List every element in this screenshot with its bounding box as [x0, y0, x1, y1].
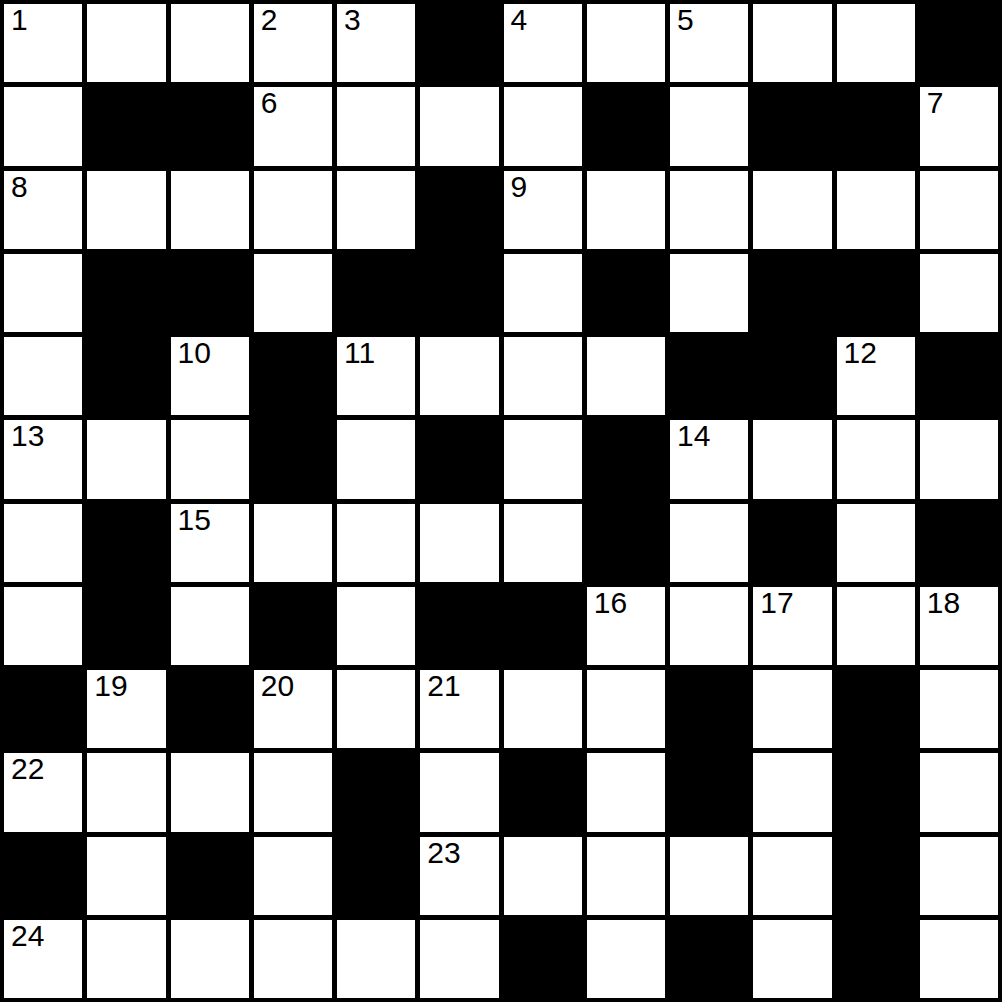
cell-r2c8[interactable]: [670, 171, 748, 249]
cell-r9c3[interactable]: [254, 753, 332, 831]
cell-r7c11[interactable]: 18: [920, 587, 998, 665]
cell-r11c4[interactable]: [337, 920, 415, 998]
cell-r9c0[interactable]: 22: [4, 753, 82, 831]
cell-r9c1[interactable]: [87, 753, 165, 831]
clue-number: 2: [261, 5, 278, 35]
black-cell-r9c6: [504, 753, 582, 831]
black-cell-r10c2: [171, 837, 249, 915]
cell-r11c1[interactable]: [87, 920, 165, 998]
black-cell-r7c3: [254, 587, 332, 665]
black-cell-r1c1: [87, 87, 165, 165]
black-cell-r4c9: [753, 337, 831, 415]
cell-r2c7[interactable]: [587, 171, 665, 249]
cell-r7c2[interactable]: [171, 587, 249, 665]
black-cell-r0c5: [420, 4, 498, 82]
cell-r6c8[interactable]: [670, 504, 748, 582]
cell-r0c1[interactable]: [87, 4, 165, 82]
black-cell-r6c9: [753, 504, 831, 582]
cell-r1c3[interactable]: 6: [254, 87, 332, 165]
cell-r10c8[interactable]: [670, 837, 748, 915]
cell-r6c6[interactable]: [504, 504, 582, 582]
black-cell-r7c5: [420, 587, 498, 665]
cell-r0c8[interactable]: 5: [670, 4, 748, 82]
cell-r10c3[interactable]: [254, 837, 332, 915]
cell-r7c0[interactable]: [4, 587, 82, 665]
cell-r5c9[interactable]: [753, 420, 831, 498]
cell-r6c2[interactable]: 15: [171, 504, 249, 582]
cell-r4c10[interactable]: 12: [837, 337, 915, 415]
cell-r7c8[interactable]: [670, 587, 748, 665]
clue-number: 9: [511, 172, 528, 202]
clue-number: 4: [511, 5, 528, 35]
clue-number: 7: [927, 88, 944, 118]
cell-r4c2[interactable]: 10: [171, 337, 249, 415]
cell-r8c7[interactable]: [587, 670, 665, 748]
cell-r5c2[interactable]: [171, 420, 249, 498]
clue-number: 16: [594, 588, 627, 618]
black-cell-r1c7: [587, 87, 665, 165]
clue-number: 22: [11, 754, 44, 784]
cell-r8c1[interactable]: 19: [87, 670, 165, 748]
cell-r11c9[interactable]: [753, 920, 831, 998]
crossword-grid: 123456789101112131415161718192021222324: [0, 0, 1002, 1002]
cell-r10c11[interactable]: [920, 837, 998, 915]
black-cell-r9c8: [670, 753, 748, 831]
cell-r10c9[interactable]: [753, 837, 831, 915]
black-cell-r8c8: [670, 670, 748, 748]
black-cell-r9c10: [837, 753, 915, 831]
black-cell-r10c10: [837, 837, 915, 915]
clue-number: 3: [344, 5, 361, 35]
cell-r11c5[interactable]: [420, 920, 498, 998]
cell-r11c7[interactable]: [587, 920, 665, 998]
cell-r8c5[interactable]: 21: [420, 670, 498, 748]
cell-r10c6[interactable]: [504, 837, 582, 915]
cell-r7c9[interactable]: 17: [753, 587, 831, 665]
cell-r6c5[interactable]: [420, 504, 498, 582]
cell-r0c10[interactable]: [837, 4, 915, 82]
cell-r6c0[interactable]: [4, 504, 82, 582]
cell-r2c4[interactable]: [337, 171, 415, 249]
cell-r2c0[interactable]: 8: [4, 171, 82, 249]
clue-number: 23: [427, 838, 460, 868]
cell-r2c11[interactable]: [920, 171, 998, 249]
cell-r7c7[interactable]: 16: [587, 587, 665, 665]
cell-r9c5[interactable]: [420, 753, 498, 831]
black-cell-r3c2: [171, 254, 249, 332]
black-cell-r6c1: [87, 504, 165, 582]
black-cell-r1c2: [171, 87, 249, 165]
cell-r7c4[interactable]: [337, 587, 415, 665]
black-cell-r3c10: [837, 254, 915, 332]
cell-r1c5[interactable]: [420, 87, 498, 165]
cell-r0c0[interactable]: 1: [4, 4, 82, 82]
cell-r11c3[interactable]: [254, 920, 332, 998]
black-cell-r11c8: [670, 920, 748, 998]
clue-number: 24: [11, 921, 44, 951]
cell-r5c8[interactable]: 14: [670, 420, 748, 498]
cell-r5c4[interactable]: [337, 420, 415, 498]
black-cell-r7c1: [87, 587, 165, 665]
black-cell-r5c5: [420, 420, 498, 498]
cell-r0c2[interactable]: [171, 4, 249, 82]
black-cell-r8c10: [837, 670, 915, 748]
black-cell-r2c5: [420, 171, 498, 249]
cell-r10c5[interactable]: 23: [420, 837, 498, 915]
black-cell-r6c11: [920, 504, 998, 582]
cell-r4c6[interactable]: [504, 337, 582, 415]
cell-r6c10[interactable]: [837, 504, 915, 582]
cell-r2c9[interactable]: [753, 171, 831, 249]
cell-r10c1[interactable]: [87, 837, 165, 915]
clue-number: 8: [11, 172, 28, 202]
cell-r2c3[interactable]: [254, 171, 332, 249]
black-cell-r3c1: [87, 254, 165, 332]
black-cell-r10c0: [4, 837, 82, 915]
cell-r8c4[interactable]: [337, 670, 415, 748]
cell-r3c3[interactable]: [254, 254, 332, 332]
clue-number: 14: [677, 421, 710, 451]
cell-r2c1[interactable]: [87, 171, 165, 249]
cell-r5c11[interactable]: [920, 420, 998, 498]
cell-r2c6[interactable]: 9: [504, 171, 582, 249]
cell-r6c4[interactable]: [337, 504, 415, 582]
cell-r8c11[interactable]: [920, 670, 998, 748]
cell-r10c7[interactable]: [587, 837, 665, 915]
cell-r4c5[interactable]: [420, 337, 498, 415]
cell-r8c9[interactable]: [753, 670, 831, 748]
clue-number: 12: [844, 338, 877, 368]
black-cell-r1c9: [753, 87, 831, 165]
cell-r0c9[interactable]: [753, 4, 831, 82]
clue-number: 17: [760, 588, 793, 618]
cell-r4c4[interactable]: 11: [337, 337, 415, 415]
cell-r1c4[interactable]: [337, 87, 415, 165]
black-cell-r11c10: [837, 920, 915, 998]
cell-r6c3[interactable]: [254, 504, 332, 582]
black-cell-r5c7: [587, 420, 665, 498]
black-cell-r7c6: [504, 587, 582, 665]
cell-r9c11[interactable]: [920, 753, 998, 831]
cell-r1c6[interactable]: [504, 87, 582, 165]
clue-number: 1: [11, 5, 28, 35]
cell-r11c0[interactable]: 24: [4, 920, 82, 998]
cell-r5c0[interactable]: 13: [4, 420, 82, 498]
black-cell-r4c8: [670, 337, 748, 415]
cell-r5c6[interactable]: [504, 420, 582, 498]
cell-r11c11[interactable]: [920, 920, 998, 998]
black-cell-r8c2: [171, 670, 249, 748]
black-cell-r8c0: [4, 670, 82, 748]
clue-number: 6: [261, 88, 278, 118]
cell-r1c11[interactable]: 7: [920, 87, 998, 165]
cell-r3c11[interactable]: [920, 254, 998, 332]
cell-r0c4[interactable]: 3: [337, 4, 415, 82]
cell-r1c0[interactable]: [4, 87, 82, 165]
cell-r4c7[interactable]: [587, 337, 665, 415]
cell-r3c8[interactable]: [670, 254, 748, 332]
black-cell-r4c11: [920, 337, 998, 415]
cell-r0c7[interactable]: [587, 4, 665, 82]
cell-r5c10[interactable]: [837, 420, 915, 498]
cell-r5c1[interactable]: [87, 420, 165, 498]
cell-r8c6[interactable]: [504, 670, 582, 748]
cell-r9c2[interactable]: [171, 753, 249, 831]
clue-number: 21: [427, 671, 460, 701]
clue-number: 10: [178, 338, 211, 368]
black-cell-r6c7: [587, 504, 665, 582]
cell-r8c3[interactable]: 20: [254, 670, 332, 748]
black-cell-r3c9: [753, 254, 831, 332]
cell-r7c10[interactable]: [837, 587, 915, 665]
cell-r0c3[interactable]: 2: [254, 4, 332, 82]
clue-number: 5: [677, 5, 694, 35]
clue-number: 13: [11, 421, 44, 451]
black-cell-r11c6: [504, 920, 582, 998]
black-cell-r3c4: [337, 254, 415, 332]
cell-r3c6[interactable]: [504, 254, 582, 332]
cell-r9c7[interactable]: [587, 753, 665, 831]
black-cell-r1c10: [837, 87, 915, 165]
cell-r11c2[interactable]: [171, 920, 249, 998]
cell-r1c8[interactable]: [670, 87, 748, 165]
cell-r2c10[interactable]: [837, 171, 915, 249]
cell-r4c0[interactable]: [4, 337, 82, 415]
clue-number: 11: [344, 338, 375, 368]
black-cell-r3c5: [420, 254, 498, 332]
black-cell-r10c4: [337, 837, 415, 915]
cell-r2c2[interactable]: [171, 171, 249, 249]
clue-number: 15: [178, 505, 211, 535]
black-cell-r0c11: [920, 4, 998, 82]
cell-r0c6[interactable]: 4: [504, 4, 582, 82]
cell-r9c9[interactable]: [753, 753, 831, 831]
cell-r3c0[interactable]: [4, 254, 82, 332]
black-cell-r4c1: [87, 337, 165, 415]
black-cell-r3c7: [587, 254, 665, 332]
clue-number: 18: [927, 588, 960, 618]
clue-number: 20: [261, 671, 294, 701]
black-cell-r5c3: [254, 420, 332, 498]
black-cell-r4c3: [254, 337, 332, 415]
black-cell-r9c4: [337, 753, 415, 831]
clue-number: 19: [94, 671, 127, 701]
